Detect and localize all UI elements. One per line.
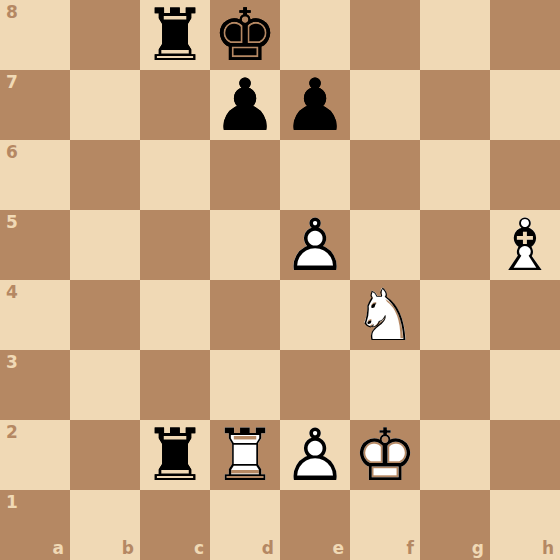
square-h7[interactable]	[490, 70, 560, 140]
piece-black-pawn-e7[interactable]: ♟♙	[280, 70, 350, 140]
square-f2[interactable]: ♚♔	[350, 420, 420, 490]
square-e7[interactable]: ♟♙	[280, 70, 350, 140]
piece-black-rook-c2[interactable]: ♜♖	[140, 420, 210, 490]
rank-label-6: 6	[6, 144, 18, 161]
rank-label-1: 1	[6, 494, 18, 511]
square-b2[interactable]	[70, 420, 140, 490]
square-h3[interactable]	[490, 350, 560, 420]
file-label-d: d	[262, 540, 274, 557]
square-f8[interactable]	[350, 0, 420, 70]
square-e5[interactable]: ♟♙	[280, 210, 350, 280]
square-b8[interactable]	[70, 0, 140, 70]
square-g7[interactable]	[420, 70, 490, 140]
file-label-e: e	[332, 540, 344, 557]
piece-black-rook-c8[interactable]: ♜♖	[140, 0, 210, 70]
piece-white-rook-d2[interactable]: ♜♖	[210, 420, 280, 490]
piece-white-king-f2[interactable]: ♚♔	[350, 420, 420, 490]
square-c4[interactable]	[140, 280, 210, 350]
rank-label-2: 2	[6, 424, 18, 441]
rook-glyph-outline: ♖	[140, 0, 210, 70]
square-a6[interactable]: 6	[0, 140, 70, 210]
pawn-glyph-outline: ♙	[280, 420, 350, 490]
square-f7[interactable]	[350, 70, 420, 140]
square-f4[interactable]: ♞♘	[350, 280, 420, 350]
square-h6[interactable]	[490, 140, 560, 210]
square-g6[interactable]	[420, 140, 490, 210]
square-c7[interactable]	[140, 70, 210, 140]
square-c1[interactable]: c	[140, 490, 210, 560]
square-g5[interactable]	[420, 210, 490, 280]
square-h1[interactable]: h	[490, 490, 560, 560]
square-a3[interactable]: 3	[0, 350, 70, 420]
rook-glyph-outline: ♖	[210, 420, 280, 490]
square-h8[interactable]	[490, 0, 560, 70]
square-a8[interactable]: 8	[0, 0, 70, 70]
bishop-glyph-outline: ♗	[490, 210, 560, 280]
file-label-a: a	[53, 540, 64, 557]
square-c8[interactable]: ♜♖	[140, 0, 210, 70]
square-g2[interactable]	[420, 420, 490, 490]
piece-white-pawn-e5[interactable]: ♟♙	[280, 210, 350, 280]
piece-black-king-d8[interactable]: ♚♔	[210, 0, 280, 70]
square-b6[interactable]	[70, 140, 140, 210]
square-b7[interactable]	[70, 70, 140, 140]
square-f3[interactable]	[350, 350, 420, 420]
square-b3[interactable]	[70, 350, 140, 420]
square-e1[interactable]: e	[280, 490, 350, 560]
square-c6[interactable]	[140, 140, 210, 210]
rank-label-4: 4	[6, 284, 18, 301]
square-d3[interactable]	[210, 350, 280, 420]
piece-black-pawn-d7[interactable]: ♟♙	[210, 70, 280, 140]
square-a2[interactable]: 2	[0, 420, 70, 490]
file-label-g: g	[472, 540, 484, 557]
square-b5[interactable]	[70, 210, 140, 280]
file-label-b: b	[122, 540, 134, 557]
piece-white-bishop-h5[interactable]: ♝♗	[490, 210, 560, 280]
square-c3[interactable]	[140, 350, 210, 420]
square-e4[interactable]	[280, 280, 350, 350]
square-d5[interactable]	[210, 210, 280, 280]
square-c2[interactable]: ♜♖	[140, 420, 210, 490]
pawn-glyph-outline: ♙	[280, 70, 350, 140]
rank-label-3: 3	[6, 354, 18, 371]
square-c5[interactable]	[140, 210, 210, 280]
square-f1[interactable]: f	[350, 490, 420, 560]
knight-glyph-outline: ♘	[350, 280, 420, 350]
square-e2[interactable]: ♟♙	[280, 420, 350, 490]
piece-white-knight-f4[interactable]: ♞♘	[350, 280, 420, 350]
square-d4[interactable]	[210, 280, 280, 350]
square-e3[interactable]	[280, 350, 350, 420]
square-d1[interactable]: d	[210, 490, 280, 560]
square-d6[interactable]	[210, 140, 280, 210]
square-g1[interactable]: g	[420, 490, 490, 560]
king-glyph-outline: ♔	[350, 420, 420, 490]
rank-label-7: 7	[6, 74, 18, 91]
king-glyph-outline: ♔	[210, 0, 280, 70]
square-a5[interactable]: 5	[0, 210, 70, 280]
square-g8[interactable]	[420, 0, 490, 70]
square-f6[interactable]	[350, 140, 420, 210]
piece-white-pawn-e2[interactable]: ♟♙	[280, 420, 350, 490]
square-f5[interactable]	[350, 210, 420, 280]
square-a4[interactable]: 4	[0, 280, 70, 350]
square-h5[interactable]: ♝♗	[490, 210, 560, 280]
square-d2[interactable]: ♜♖	[210, 420, 280, 490]
square-a7[interactable]: 7	[0, 70, 70, 140]
square-a1[interactable]: 1a	[0, 490, 70, 560]
pawn-glyph-outline: ♙	[210, 70, 280, 140]
chess-board: 8♜♖♚♔7♟♙♟♙65♟♙♝♗4♞♘32♜♖♜♖♟♙♚♔1abcdefgh	[0, 0, 560, 560]
rank-label-5: 5	[6, 214, 18, 231]
pawn-glyph-outline: ♙	[280, 210, 350, 280]
file-label-c: c	[194, 540, 204, 557]
square-h4[interactable]	[490, 280, 560, 350]
square-e6[interactable]	[280, 140, 350, 210]
rook-glyph-outline: ♖	[140, 420, 210, 490]
square-b1[interactable]: b	[70, 490, 140, 560]
square-g3[interactable]	[420, 350, 490, 420]
square-e8[interactable]	[280, 0, 350, 70]
rank-label-8: 8	[6, 4, 18, 21]
square-d8[interactable]: ♚♔	[210, 0, 280, 70]
square-g4[interactable]	[420, 280, 490, 350]
file-label-f: f	[407, 540, 414, 557]
square-d7[interactable]: ♟♙	[210, 70, 280, 140]
file-label-h: h	[542, 540, 554, 557]
square-b4[interactable]	[70, 280, 140, 350]
square-h2[interactable]	[490, 420, 560, 490]
